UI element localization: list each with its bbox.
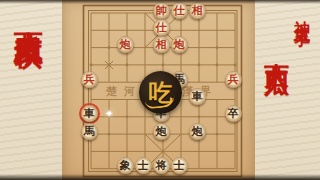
piece-label: 象 xyxy=(120,160,131,171)
piece-black-象[interactable]: 象 xyxy=(117,157,134,174)
piece-red-相[interactable]: 相 xyxy=(153,36,170,53)
piece-label: 仕 xyxy=(174,4,185,15)
piece-red-炮[interactable]: 炮 xyxy=(171,36,188,53)
piece-red-相[interactable]: 相 xyxy=(189,2,206,19)
piece-red-仕[interactable]: 仕 xyxy=(171,2,188,19)
piece-label: 相 xyxy=(192,4,203,15)
right-banner-title: 大西瓜刀 xyxy=(264,42,289,58)
piece-label: 士 xyxy=(174,160,185,171)
bottom-vignette xyxy=(0,174,320,180)
piece-label: 帥 xyxy=(156,4,167,15)
piece-red-兵[interactable]: 兵 xyxy=(81,71,98,88)
piece-red-兵[interactable]: 兵 xyxy=(225,71,242,88)
piece-label: 兵 xyxy=(84,73,95,84)
left-banner: 大西瓜象棋 xyxy=(0,0,62,180)
piece-label: 車 xyxy=(84,108,95,119)
right-banner: 神之鬼手 大西瓜刀 xyxy=(255,0,320,180)
piece-label: 兵 xyxy=(228,73,239,84)
piece-black-馬[interactable]: 馬 xyxy=(81,123,98,140)
piece-black-卒[interactable]: 卒 xyxy=(225,105,242,122)
piece-label: 馬 xyxy=(84,125,95,136)
piece-label: 仕 xyxy=(156,21,167,32)
sparkle-effect: ✦ xyxy=(105,108,113,119)
piece-label: 炮 xyxy=(156,125,167,136)
piece-label: 卒 xyxy=(228,108,239,119)
piece-black-車[interactable]: 車 xyxy=(189,88,206,105)
xiangqi-board[interactable]: 楚河 漢界 帥仕相仕炮相炮兵兵馬車車卒卒馬炮炮象士将士 吃 ✦ xyxy=(62,0,255,180)
capture-badge: 吃 xyxy=(139,71,182,114)
xiangqi-video-frame: 大西瓜象棋 神之鬼手 大西瓜刀 xyxy=(0,0,320,180)
piece-black-士[interactable]: 士 xyxy=(135,157,152,174)
piece-label: 相 xyxy=(156,39,167,50)
top-vignette xyxy=(0,0,320,4)
piece-black-車[interactable]: 車 xyxy=(81,105,98,122)
piece-label: 炮 xyxy=(174,39,185,50)
piece-label: 炮 xyxy=(192,125,203,136)
piece-black-将[interactable]: 将 xyxy=(153,157,170,174)
piece-label: 炮 xyxy=(120,39,131,50)
river-label-chu: 楚河 xyxy=(106,84,142,99)
piece-label: 士 xyxy=(138,160,149,171)
capture-badge-label: 吃 xyxy=(149,77,173,109)
piece-label: 将 xyxy=(156,160,167,171)
piece-black-炮[interactable]: 炮 xyxy=(153,123,170,140)
piece-label: 車 xyxy=(192,91,203,102)
piece-red-帥[interactable]: 帥 xyxy=(153,2,170,19)
right-banner-subtitle: 神之鬼手 xyxy=(294,8,310,20)
left-banner-title: 大西瓜象棋 xyxy=(14,8,43,176)
piece-black-士[interactable]: 士 xyxy=(171,157,188,174)
piece-red-仕[interactable]: 仕 xyxy=(153,19,170,36)
piece-red-炮[interactable]: 炮 xyxy=(117,36,134,53)
piece-black-炮[interactable]: 炮 xyxy=(189,123,206,140)
